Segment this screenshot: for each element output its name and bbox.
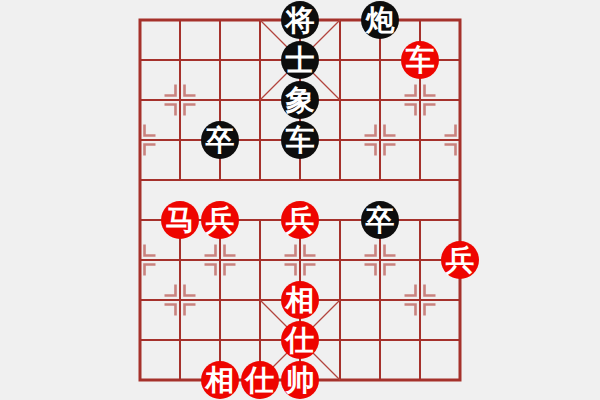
piece-black-elephant[interactable]: 象 <box>281 81 319 119</box>
piece-black-advisor[interactable]: 士 <box>281 41 319 79</box>
xiangqi-board: 将炮士车象卒车马兵兵卒兵相仕相仕帅 <box>0 0 600 400</box>
piece-red-elephant-home[interactable]: 相 <box>201 361 239 399</box>
pieces-layer: 将炮士车象卒车马兵兵卒兵相仕相仕帅 <box>0 0 600 400</box>
piece-black-chariot[interactable]: 车 <box>281 121 319 159</box>
piece-red-elephant-center[interactable]: 相 <box>281 281 319 319</box>
piece-black-cannon[interactable]: 炮 <box>361 1 399 39</box>
piece-red-advisor-home[interactable]: 仕 <box>241 361 279 399</box>
piece-black-pawn-g[interactable]: 卒 <box>361 201 399 239</box>
piece-black-pawn-c[interactable]: 卒 <box>201 121 239 159</box>
piece-black-general[interactable]: 将 <box>281 1 319 39</box>
piece-red-chariot[interactable]: 车 <box>401 41 439 79</box>
piece-red-advisor-center[interactable]: 仕 <box>281 321 319 359</box>
piece-red-horse[interactable]: 马 <box>161 201 199 239</box>
piece-red-pawn-i[interactable]: 兵 <box>441 241 479 279</box>
piece-red-general[interactable]: 帅 <box>281 361 319 399</box>
piece-red-pawn-c[interactable]: 兵 <box>201 201 239 239</box>
piece-red-pawn-e[interactable]: 兵 <box>281 201 319 239</box>
